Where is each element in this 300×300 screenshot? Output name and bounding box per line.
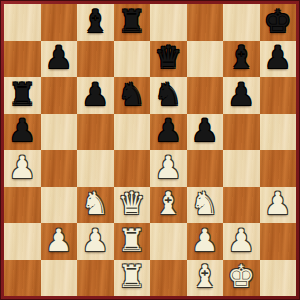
chess-board: ♝♜♚♟♛♝♟♜♟♞♞♟♟♟♟♟♟♞♛♝♞♟♟♟♜♟♟♜♝♚	[4, 4, 296, 296]
white-pawn-icon[interactable]: ♟	[154, 152, 182, 183]
square-c8[interactable]: ♝	[77, 4, 114, 41]
square-d2[interactable]: ♜	[114, 223, 151, 260]
square-h4[interactable]	[260, 150, 297, 187]
square-f7[interactable]	[187, 41, 224, 78]
white-queen-icon[interactable]: ♛	[118, 188, 146, 219]
square-a2[interactable]	[4, 223, 41, 260]
black-queen-icon[interactable]: ♛	[154, 42, 182, 73]
square-g5[interactable]	[223, 114, 260, 151]
square-b8[interactable]	[41, 4, 78, 41]
square-g7[interactable]: ♝	[223, 41, 260, 78]
square-b5[interactable]	[41, 114, 78, 151]
square-h1[interactable]	[260, 260, 297, 297]
square-f4[interactable]	[187, 150, 224, 187]
square-d6[interactable]: ♞	[114, 77, 151, 114]
black-bishop-icon[interactable]: ♝	[227, 42, 255, 73]
square-d3[interactable]: ♛	[114, 187, 151, 224]
square-e1[interactable]	[150, 260, 187, 297]
white-rook-icon[interactable]: ♜	[118, 261, 146, 292]
square-g3[interactable]	[223, 187, 260, 224]
black-pawn-icon[interactable]: ♟	[154, 115, 182, 146]
square-h8[interactable]: ♚	[260, 4, 297, 41]
square-c5[interactable]	[77, 114, 114, 151]
square-b6[interactable]	[41, 77, 78, 114]
white-bishop-icon[interactable]: ♝	[191, 261, 219, 292]
square-h7[interactable]: ♟	[260, 41, 297, 78]
square-b4[interactable]	[41, 150, 78, 187]
black-knight-icon[interactable]: ♞	[154, 79, 182, 110]
square-g6[interactable]: ♟	[223, 77, 260, 114]
black-king-icon[interactable]: ♚	[264, 6, 292, 37]
square-d4[interactable]	[114, 150, 151, 187]
white-pawn-icon[interactable]: ♟	[8, 152, 36, 183]
white-pawn-icon[interactable]: ♟	[227, 225, 255, 256]
black-knight-icon[interactable]: ♞	[118, 79, 146, 110]
square-b1[interactable]	[41, 260, 78, 297]
square-f2[interactable]: ♟	[187, 223, 224, 260]
white-king-icon[interactable]: ♚	[227, 261, 255, 292]
white-bishop-icon[interactable]: ♝	[154, 188, 182, 219]
white-knight-icon[interactable]: ♞	[191, 188, 219, 219]
square-a5[interactable]: ♟	[4, 114, 41, 151]
black-pawn-icon[interactable]: ♟	[81, 79, 109, 110]
square-d8[interactable]: ♜	[114, 4, 151, 41]
square-g8[interactable]	[223, 4, 260, 41]
black-pawn-icon[interactable]: ♟	[191, 115, 219, 146]
square-b7[interactable]: ♟	[41, 41, 78, 78]
square-h2[interactable]	[260, 223, 297, 260]
square-d5[interactable]	[114, 114, 151, 151]
square-c3[interactable]: ♞	[77, 187, 114, 224]
square-f5[interactable]: ♟	[187, 114, 224, 151]
square-a4[interactable]: ♟	[4, 150, 41, 187]
square-c1[interactable]	[77, 260, 114, 297]
square-f6[interactable]	[187, 77, 224, 114]
square-c7[interactable]	[77, 41, 114, 78]
white-pawn-icon[interactable]: ♟	[81, 225, 109, 256]
white-pawn-icon[interactable]: ♟	[191, 225, 219, 256]
black-rook-icon[interactable]: ♜	[118, 6, 146, 37]
black-bishop-icon[interactable]: ♝	[81, 6, 109, 37]
square-a3[interactable]	[4, 187, 41, 224]
square-f3[interactable]: ♞	[187, 187, 224, 224]
square-b2[interactable]: ♟	[41, 223, 78, 260]
square-f1[interactable]: ♝	[187, 260, 224, 297]
square-a7[interactable]	[4, 41, 41, 78]
black-pawn-icon[interactable]: ♟	[45, 42, 73, 73]
square-e2[interactable]	[150, 223, 187, 260]
square-g2[interactable]: ♟	[223, 223, 260, 260]
square-d1[interactable]: ♜	[114, 260, 151, 297]
white-rook-icon[interactable]: ♜	[118, 225, 146, 256]
square-h5[interactable]	[260, 114, 297, 151]
square-e6[interactable]: ♞	[150, 77, 187, 114]
chess-board-frame: ♝♜♚♟♛♝♟♜♟♞♞♟♟♟♟♟♟♞♛♝♞♟♟♟♜♟♟♜♝♚	[0, 0, 300, 300]
white-pawn-icon[interactable]: ♟	[45, 225, 73, 256]
black-pawn-icon[interactable]: ♟	[8, 115, 36, 146]
square-h3[interactable]: ♟	[260, 187, 297, 224]
square-f8[interactable]	[187, 4, 224, 41]
square-g4[interactable]	[223, 150, 260, 187]
black-pawn-icon[interactable]: ♟	[227, 79, 255, 110]
square-b3[interactable]	[41, 187, 78, 224]
square-e4[interactable]: ♟	[150, 150, 187, 187]
square-e7[interactable]: ♛	[150, 41, 187, 78]
square-h6[interactable]	[260, 77, 297, 114]
square-c2[interactable]: ♟	[77, 223, 114, 260]
square-a1[interactable]	[4, 260, 41, 297]
square-e8[interactable]	[150, 4, 187, 41]
square-e3[interactable]: ♝	[150, 187, 187, 224]
square-e5[interactable]: ♟	[150, 114, 187, 151]
square-g1[interactable]: ♚	[223, 260, 260, 297]
square-d7[interactable]	[114, 41, 151, 78]
black-pawn-icon[interactable]: ♟	[264, 42, 292, 73]
square-c6[interactable]: ♟	[77, 77, 114, 114]
black-rook-icon[interactable]: ♜	[8, 79, 36, 110]
square-a6[interactable]: ♜	[4, 77, 41, 114]
square-c4[interactable]	[77, 150, 114, 187]
white-knight-icon[interactable]: ♞	[81, 188, 109, 219]
white-pawn-icon[interactable]: ♟	[264, 188, 292, 219]
square-a8[interactable]	[4, 4, 41, 41]
